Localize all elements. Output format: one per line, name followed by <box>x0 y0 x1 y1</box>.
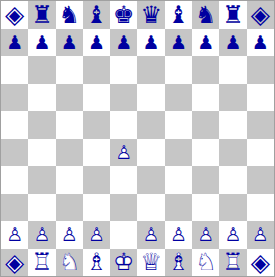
white-rook: ♜♖ <box>31 250 53 274</box>
square-f7[interactable] <box>137 84 164 112</box>
square-e5[interactable]: ♟♙ <box>110 139 137 167</box>
square-d5[interactable] <box>83 139 110 167</box>
square-b8[interactable] <box>28 56 55 84</box>
square-e6[interactable] <box>110 111 137 139</box>
square-j4[interactable] <box>247 166 274 194</box>
square-f8[interactable] <box>137 56 164 84</box>
square-d2[interactable]: ♟♙ <box>83 221 110 249</box>
square-e8[interactable] <box>110 56 137 84</box>
square-i8[interactable] <box>219 56 246 84</box>
white-knight: ♞♘ <box>58 250 80 274</box>
square-a3[interactable] <box>1 194 28 222</box>
black-pawn: ♟ <box>197 33 214 52</box>
square-i5[interactable] <box>219 139 246 167</box>
black-rook: ♜ <box>222 3 244 27</box>
square-g6[interactable] <box>165 111 192 139</box>
white-pawn: ♟♙ <box>143 225 160 244</box>
square-j5[interactable] <box>247 139 274 167</box>
square-c1[interactable]: ♞♘ <box>56 249 83 277</box>
white-bishop: ♝♗ <box>168 250 190 274</box>
square-h2[interactable]: ♟♙ <box>192 221 219 249</box>
square-d7[interactable] <box>83 84 110 112</box>
square-i9[interactable]: ♟ <box>219 29 246 57</box>
black-pawn: ♟ <box>33 33 50 52</box>
square-h9[interactable]: ♟ <box>192 29 219 57</box>
square-i4[interactable] <box>219 166 246 194</box>
square-c3[interactable] <box>56 194 83 222</box>
square-i6[interactable] <box>219 111 246 139</box>
square-c10[interactable]: ♞ <box>56 1 83 29</box>
black-knight: ♞ <box>58 3 80 27</box>
square-j9[interactable]: ♟ <box>247 29 274 57</box>
square-i2[interactable]: ♟♙ <box>219 221 246 249</box>
square-d8[interactable] <box>83 56 110 84</box>
square-g3[interactable] <box>165 194 192 222</box>
square-g1[interactable]: ♝♗ <box>165 249 192 277</box>
white-pawn: ♟♙ <box>61 225 78 244</box>
square-j2[interactable]: ♟♙ <box>247 221 274 249</box>
square-h8[interactable] <box>192 56 219 84</box>
square-a10[interactable]: ◈ <box>1 1 28 29</box>
square-b6[interactable] <box>28 111 55 139</box>
white-pawn: ♟♙ <box>33 225 50 244</box>
square-j10[interactable]: ◈ <box>247 1 274 29</box>
square-h4[interactable] <box>192 166 219 194</box>
square-h3[interactable] <box>192 194 219 222</box>
square-g2[interactable]: ♟♙ <box>165 221 192 249</box>
square-j3[interactable] <box>247 194 274 222</box>
square-d1[interactable]: ♝♗ <box>83 249 110 277</box>
square-c5[interactable] <box>56 139 83 167</box>
square-d6[interactable] <box>83 111 110 139</box>
square-c4[interactable] <box>56 166 83 194</box>
black-pawn: ♟ <box>170 33 187 52</box>
square-c9[interactable]: ♟ <box>56 29 83 57</box>
white-pawn: ♟♙ <box>115 143 132 162</box>
square-a5[interactable] <box>1 139 28 167</box>
white-king: ♚♔ <box>113 250 135 274</box>
square-d9[interactable]: ♟ <box>83 29 110 57</box>
black-pawn: ♟ <box>6 33 23 52</box>
white-pawn: ♟♙ <box>6 225 23 244</box>
black-pawn: ♟ <box>88 33 105 52</box>
square-g7[interactable] <box>165 84 192 112</box>
square-j6[interactable] <box>247 111 274 139</box>
square-d3[interactable] <box>83 194 110 222</box>
square-e10[interactable]: ♚ <box>110 1 137 29</box>
white-rook: ♜♖ <box>222 250 244 274</box>
square-f9[interactable]: ♟ <box>137 29 164 57</box>
square-f1[interactable]: ♛♕ <box>137 249 164 277</box>
white-pawn: ♟♙ <box>225 225 242 244</box>
square-a2[interactable]: ♟♙ <box>1 221 28 249</box>
square-f4[interactable] <box>137 166 164 194</box>
square-b2[interactable]: ♟♙ <box>28 221 55 249</box>
square-b4[interactable] <box>28 166 55 194</box>
square-e3[interactable] <box>110 194 137 222</box>
square-j1[interactable]: ◆◈ <box>247 249 274 277</box>
white-pawn: ♟♙ <box>88 225 105 244</box>
white-pawn: ♟♙ <box>197 225 214 244</box>
square-f3[interactable] <box>137 194 164 222</box>
white-bishop: ♝♗ <box>86 250 108 274</box>
square-b1[interactable]: ♜♖ <box>28 249 55 277</box>
square-g10[interactable]: ♝ <box>165 1 192 29</box>
black-bishop: ♝ <box>86 3 108 27</box>
square-f10[interactable]: ♛ <box>137 1 164 29</box>
black-rook: ♜ <box>31 3 53 27</box>
square-b5[interactable] <box>28 139 55 167</box>
square-j7[interactable] <box>247 84 274 112</box>
square-g5[interactable] <box>165 139 192 167</box>
square-h6[interactable] <box>192 111 219 139</box>
square-e2[interactable] <box>110 221 137 249</box>
black-pawn: ♟ <box>252 33 269 52</box>
square-h5[interactable] <box>192 139 219 167</box>
black-king: ♚ <box>113 3 135 27</box>
black-archer: ◈ <box>5 2 24 27</box>
square-a7[interactable] <box>1 84 28 112</box>
square-e4[interactable] <box>110 166 137 194</box>
square-h7[interactable] <box>192 84 219 112</box>
black-pawn: ♟ <box>115 33 132 52</box>
square-e9[interactable]: ♟ <box>110 29 137 57</box>
square-j8[interactable] <box>247 56 274 84</box>
square-d4[interactable] <box>83 166 110 194</box>
square-d10[interactable]: ♝ <box>83 1 110 29</box>
black-pawn: ♟ <box>61 33 78 52</box>
white-knight: ♞♘ <box>195 250 217 274</box>
square-f5[interactable] <box>137 139 164 167</box>
square-c8[interactable] <box>56 56 83 84</box>
square-a4[interactable] <box>1 166 28 194</box>
square-g4[interactable] <box>165 166 192 194</box>
square-e7[interactable] <box>110 84 137 112</box>
square-i7[interactable] <box>219 84 246 112</box>
black-queen: ♛ <box>140 3 162 27</box>
black-knight: ♞ <box>195 3 217 27</box>
square-i10[interactable]: ♜ <box>219 1 246 29</box>
square-b3[interactable] <box>28 194 55 222</box>
square-e1[interactable]: ♚♔ <box>110 249 137 277</box>
square-g9[interactable]: ♟ <box>165 29 192 57</box>
square-h1[interactable]: ♞♘ <box>192 249 219 277</box>
black-archer: ◈ <box>251 2 270 27</box>
square-i1[interactable]: ♜♖ <box>219 249 246 277</box>
square-c2[interactable]: ♟♙ <box>56 221 83 249</box>
white-pawn: ♟♙ <box>170 225 187 244</box>
square-c6[interactable] <box>56 111 83 139</box>
square-b10[interactable]: ♜ <box>28 1 55 29</box>
square-c7[interactable] <box>56 84 83 112</box>
square-b7[interactable] <box>28 84 55 112</box>
square-i3[interactable] <box>219 194 246 222</box>
white-queen: ♛♕ <box>140 250 162 274</box>
square-a9[interactable]: ♟ <box>1 29 28 57</box>
white-archer: ◆◈ <box>251 250 270 275</box>
black-pawn: ♟ <box>225 33 242 52</box>
square-a6[interactable] <box>1 111 28 139</box>
square-a8[interactable] <box>1 56 28 84</box>
black-pawn: ♟ <box>143 33 160 52</box>
chess-board: ◈♜♞♝♚♛♝♞♜◈♟♟♟♟♟♟♟♟♟♟♟♙♟♙♟♙♟♙♟♙♟♙♟♙♟♙♟♙♟♙… <box>0 0 275 277</box>
white-archer: ◆◈ <box>5 250 24 275</box>
square-f6[interactable] <box>137 111 164 139</box>
square-a1[interactable]: ◆◈ <box>1 249 28 277</box>
square-h10[interactable]: ♞ <box>192 1 219 29</box>
square-g8[interactable] <box>165 56 192 84</box>
black-bishop: ♝ <box>168 3 190 27</box>
square-f2[interactable]: ♟♙ <box>137 221 164 249</box>
white-pawn: ♟♙ <box>252 225 269 244</box>
square-b9[interactable]: ♟ <box>28 29 55 57</box>
